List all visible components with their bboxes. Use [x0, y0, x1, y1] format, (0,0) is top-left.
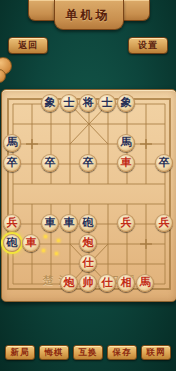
piece-red-帅[interactable]: 帅: [79, 274, 97, 292]
piece-black-象[interactable]: 象: [117, 94, 135, 112]
page-title: 单机场: [0, 7, 176, 24]
piece-red-仕[interactable]: 仕: [79, 254, 97, 272]
piece-red-相[interactable]: 相: [117, 274, 135, 292]
piece-black-士[interactable]: 士: [98, 94, 116, 112]
piece-black-車[interactable]: 車: [41, 214, 59, 232]
piece-black-車[interactable]: 車: [60, 214, 78, 232]
piece-red-炮[interactable]: 炮: [60, 274, 78, 292]
piece-red-兵[interactable]: 兵: [117, 214, 135, 232]
swap-sides-button[interactable]: 互换: [73, 345, 103, 360]
undo-move-button[interactable]: 悔棋: [39, 345, 69, 360]
piece-red-兵[interactable]: 兵: [3, 214, 21, 232]
piece-black-馬[interactable]: 馬: [117, 134, 135, 152]
new-game-button[interactable]: 新局: [5, 345, 35, 360]
move-sparkle: [44, 235, 47, 238]
piece-red-車[interactable]: 車: [22, 234, 40, 252]
move-sparkle: [42, 249, 45, 252]
back-button[interactable]: 返回: [8, 37, 48, 54]
piece-black-卒[interactable]: 卒: [155, 154, 173, 172]
piece-black-卒[interactable]: 卒: [3, 154, 21, 172]
piece-black-象[interactable]: 象: [41, 94, 59, 112]
piece-black-卒[interactable]: 卒: [79, 154, 97, 172]
piece-black-砲[interactable]: 砲: [3, 234, 21, 252]
piece-black-卒[interactable]: 卒: [41, 154, 59, 172]
settings-button[interactable]: 设置: [128, 37, 168, 54]
move-sparkle: [57, 239, 60, 242]
piece-red-馬[interactable]: 馬: [136, 274, 154, 292]
piece-black-士[interactable]: 士: [60, 94, 78, 112]
piece-red-仕[interactable]: 仕: [98, 274, 116, 292]
piece-black-馬[interactable]: 馬: [3, 134, 21, 152]
piece-red-炮[interactable]: 炮: [79, 234, 97, 252]
piece-black-将[interactable]: 将: [79, 94, 97, 112]
bottom-toolbar: 新局 悔棋 互换 保存 联网: [5, 345, 171, 360]
online-button[interactable]: 联网: [141, 345, 171, 360]
xiangqi-app: 单机场 返回 设置 楚河 汉界 象士将士象馬馬卒卒卒卒車兵車車砲兵兵砲車炮仕炮帅…: [0, 0, 176, 371]
move-sparkle: [55, 252, 58, 255]
piece-red-車[interactable]: 車: [117, 154, 135, 172]
piece-red-兵[interactable]: 兵: [155, 214, 173, 232]
piece-black-砲[interactable]: 砲: [79, 214, 97, 232]
save-button[interactable]: 保存: [107, 345, 137, 360]
